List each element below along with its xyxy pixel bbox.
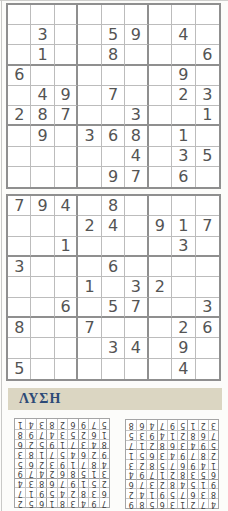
sudoku-cell	[172, 277, 195, 297]
solution-cell: 4	[187, 440, 197, 450]
solution-cell: 2	[167, 469, 177, 479]
sudoku-cell	[8, 5, 31, 25]
sudoku-cell: 3	[172, 147, 195, 167]
sudoku-cell: 6	[8, 66, 31, 86]
solution-cell: 8	[67, 468, 77, 478]
solution-cell: 1	[136, 440, 146, 450]
solution-cell: 4	[36, 468, 46, 478]
solution-cell: 5	[57, 448, 67, 458]
solution-cell: 4	[208, 498, 218, 508]
solution-cell: 7	[177, 488, 187, 498]
solution-grid-left: 7943816526382459172519768343158624794871…	[14, 418, 110, 508]
sudoku-cell: 4	[102, 216, 125, 236]
solution-cell: 3	[99, 468, 109, 478]
solution-cell: 3	[126, 459, 136, 469]
sudoku-cell	[55, 5, 78, 25]
sudoku-cell	[55, 318, 78, 338]
solution-cell: 1	[57, 439, 67, 449]
sudoku-cell	[31, 66, 54, 86]
sudoku-cell	[8, 298, 31, 318]
sudoku-cell	[31, 216, 54, 236]
solution-cell: 1	[36, 448, 46, 458]
sudoku-cell: 7	[55, 106, 78, 126]
sudoku-cell	[31, 167, 54, 187]
sudoku-cell	[149, 106, 172, 126]
solution-cell: 6	[25, 458, 35, 468]
solution-cell: 9	[157, 488, 167, 498]
solution-cell: 8	[25, 448, 35, 458]
sudoku-cell	[125, 5, 148, 25]
sudoku-cell	[78, 167, 101, 187]
solution-cell: 5	[15, 458, 25, 468]
sudoku-cell	[8, 277, 31, 297]
solution-cell: 8	[208, 488, 218, 498]
solution-cell: 9	[187, 459, 197, 469]
solution-cell: 1	[15, 419, 25, 429]
solution-cell: 7	[88, 419, 98, 429]
sudoku-cell: 1	[31, 45, 54, 65]
solution-cell: 8	[46, 419, 56, 429]
sudoku-cell	[78, 106, 101, 126]
solution-banner-label: ΛΥΣΗ	[19, 391, 61, 406]
sudoku-cell	[78, 338, 101, 358]
sudoku-cell: 8	[31, 106, 54, 126]
solution-cell: 6	[46, 478, 56, 488]
sudoku-cell: 3	[125, 277, 148, 297]
sudoku-cell	[149, 257, 172, 277]
sudoku-cell	[102, 106, 125, 126]
sudoku-cell	[196, 126, 219, 146]
sudoku-cell	[196, 359, 219, 379]
sudoku-cell: 8	[8, 318, 31, 338]
solution-cell: 4	[99, 458, 109, 468]
solution-cell: 4	[157, 430, 167, 440]
solution-cell: 7	[36, 429, 46, 439]
sudoku-cell	[55, 66, 78, 86]
solution-cell: 4	[15, 478, 25, 488]
sudoku-cell	[31, 237, 54, 257]
sudoku-cell	[102, 318, 125, 338]
solution-cell: 3	[78, 439, 88, 449]
sudoku-cell	[172, 5, 195, 25]
sudoku-cell	[78, 196, 101, 216]
solution-cell: 1	[167, 430, 177, 440]
sudoku-puzzle-top: 359418669497232873193681435976	[6, 3, 221, 189]
sudoku-cell: 4	[125, 338, 148, 358]
solution-cell: 5	[46, 487, 56, 497]
sudoku-cell: 7	[125, 298, 148, 318]
solution-cell: 2	[198, 420, 208, 430]
sudoku-cell	[125, 86, 148, 106]
solution-cell: 9	[88, 497, 98, 507]
solution-cell: 8	[157, 440, 167, 450]
solution-cell: 8	[126, 420, 136, 430]
sudoku-cell: 6	[196, 318, 219, 338]
sudoku-cell	[149, 237, 172, 257]
sudoku-cell	[78, 25, 101, 45]
solution-cell: 3	[88, 487, 98, 497]
sudoku-cell: 4	[172, 25, 195, 45]
sudoku-puzzle-bottom: 79482491713361326573872634954	[6, 194, 221, 381]
solution-cell: 6	[36, 497, 46, 507]
sudoku-cell	[55, 216, 78, 236]
sudoku-cell	[149, 359, 172, 379]
sudoku-cell	[78, 5, 101, 25]
sudoku-cell: 2	[8, 106, 31, 126]
sudoku-cell: 6	[102, 126, 125, 146]
solution-cell: 6	[78, 448, 88, 458]
sudoku-cell: 5	[102, 298, 125, 318]
sudoku-cell	[31, 359, 54, 379]
sudoku-cell	[196, 257, 219, 277]
sudoku-cell	[8, 338, 31, 358]
sudoku-cell: 7	[102, 86, 125, 106]
solution-cell: 3	[157, 449, 167, 459]
solution-cell: 1	[146, 488, 156, 498]
solution-cell: 6	[136, 420, 146, 430]
solution-cell: 7	[25, 468, 35, 478]
page-top-rule	[0, 0, 228, 1]
sudoku-cell	[55, 167, 78, 187]
solution-cell: 1	[67, 458, 77, 468]
solution-cell: 3	[187, 469, 197, 479]
solution-cell: 2	[126, 488, 136, 498]
solution-cell: 9	[167, 420, 177, 430]
solution-cell: 8	[57, 497, 67, 507]
sudoku-cell: 1	[172, 126, 195, 146]
solution-cell: 2	[57, 419, 67, 429]
solution-cell: 2	[15, 497, 25, 507]
solution-cell: 4	[67, 448, 77, 458]
sudoku-cell	[149, 45, 172, 65]
solution-cell: 8	[15, 429, 25, 439]
solution-cell: 5	[99, 419, 109, 429]
solution-cell: 7	[157, 420, 167, 430]
solution-cell: 5	[157, 459, 167, 469]
solution-cell: 1	[99, 429, 109, 439]
solution-cell: 1	[198, 479, 208, 489]
solution-cell: 8	[167, 479, 177, 489]
sudoku-cell: 9	[102, 167, 125, 187]
solution-cell: 5	[126, 430, 136, 440]
sudoku-cell	[8, 126, 31, 146]
solution-cell: 7	[67, 439, 77, 449]
page-left-rule	[1, 0, 2, 511]
solution-cell: 9	[126, 498, 136, 508]
sudoku-cell	[196, 66, 219, 86]
solution-cell: 2	[99, 478, 109, 488]
solution-cell: 8	[198, 449, 208, 459]
solution-cell: 9	[198, 440, 208, 450]
solution-cell: 5	[136, 449, 146, 459]
sudoku-cell	[125, 318, 148, 338]
solution-cell: 3	[167, 498, 177, 508]
solution-cell: 2	[25, 439, 35, 449]
solution-cell: 3	[46, 458, 56, 468]
solution-cell: 8	[136, 498, 146, 508]
sudoku-cell: 3	[196, 298, 219, 318]
sudoku-cell	[125, 196, 148, 216]
solution-cell: 9	[46, 439, 56, 449]
sudoku-cell: 9	[55, 86, 78, 106]
sudoku-cell: 4	[125, 147, 148, 167]
sudoku-cell	[55, 45, 78, 65]
sudoku-cell	[125, 359, 148, 379]
sudoku-cell: 8	[125, 126, 148, 146]
solution-cell: 9	[99, 448, 109, 458]
solution-cell: 7	[126, 440, 136, 450]
solution-cell: 6	[157, 498, 167, 508]
solution-cell: 2	[78, 429, 88, 439]
sudoku-cell	[196, 237, 219, 257]
solution-cell: 5	[146, 498, 156, 508]
solution-cell: 7	[57, 478, 67, 488]
sudoku-cell: 5	[196, 147, 219, 167]
solution-cell: 4	[198, 459, 208, 469]
solution-cell: 5	[88, 478, 98, 488]
solution-cell: 4	[25, 419, 35, 429]
sudoku-cell: 6	[55, 298, 78, 318]
sudoku-cell	[8, 167, 31, 187]
solution-cell: 9	[57, 458, 67, 468]
sudoku-cell: 3	[125, 106, 148, 126]
sudoku-cell	[78, 45, 101, 65]
sudoku-cell	[31, 147, 54, 167]
sudoku-cell: 1	[172, 216, 195, 236]
solution-cell: 7	[46, 448, 56, 458]
sudoku-cell: 7	[125, 167, 148, 187]
solution-cell: 3	[67, 497, 77, 507]
solution-cell: 6	[57, 468, 67, 478]
solution-cell: 3	[177, 440, 187, 450]
sudoku-cell	[172, 298, 195, 318]
solution-cell: 6	[88, 429, 98, 439]
sudoku-cell	[196, 277, 219, 297]
solution-cell: 1	[78, 478, 88, 488]
solution-cell: 5	[36, 439, 46, 449]
solution-cell: 6	[126, 479, 136, 489]
solution-cell: 4	[126, 469, 136, 479]
solution-cell: 5	[167, 488, 177, 498]
solution-cell: 9	[15, 468, 25, 478]
sudoku-cell	[149, 147, 172, 167]
sudoku-cell	[55, 25, 78, 45]
sudoku-cell	[102, 237, 125, 257]
sudoku-cell: 4	[172, 359, 195, 379]
sudoku-cell: 3	[102, 338, 125, 358]
sudoku-cell: 9	[125, 25, 148, 45]
solution-cell: 6	[187, 488, 197, 498]
sudoku-cell	[8, 147, 31, 167]
sudoku-cell: 2	[172, 318, 195, 338]
solution-cell: 9	[36, 487, 46, 497]
sudoku-cell	[172, 45, 195, 65]
solution-cell: 6	[67, 419, 77, 429]
sudoku-cell	[125, 66, 148, 86]
solution-cell: 9	[25, 429, 35, 439]
sudoku-cell	[196, 196, 219, 216]
sudoku-cell: 6	[172, 167, 195, 187]
sudoku-cell	[172, 196, 195, 216]
sudoku-cell	[196, 167, 219, 187]
sudoku-cell	[149, 167, 172, 187]
solution-cell: 2	[46, 468, 56, 478]
sudoku-cell	[196, 338, 219, 358]
solution-cell: 5	[67, 429, 77, 439]
solution-cell: 7	[15, 487, 25, 497]
solution-cell: 1	[157, 469, 167, 479]
sudoku-cell: 9	[31, 126, 54, 146]
sudoku-cell: 2	[78, 216, 101, 236]
solution-cell: 5	[25, 497, 35, 507]
sudoku-cell	[31, 338, 54, 358]
solution-cell: 7	[208, 430, 218, 440]
sudoku-cell	[196, 5, 219, 25]
sudoku-cell	[149, 5, 172, 25]
solution-cell: 4	[146, 420, 156, 430]
solution-cell: 8	[36, 478, 46, 488]
sudoku-cell: 3	[31, 25, 54, 45]
solution-cell: 6	[177, 459, 187, 469]
sudoku-cell	[8, 86, 31, 106]
solution-cell: 3	[136, 430, 146, 440]
solution-cell: 6	[198, 430, 208, 440]
sudoku-cell: 9	[149, 216, 172, 236]
solution-cell: 2	[146, 440, 156, 450]
sudoku-cell	[125, 257, 148, 277]
sudoku-cell	[78, 257, 101, 277]
sudoku-cell	[102, 359, 125, 379]
solution-cell: 8	[177, 469, 187, 479]
solution-cell: 7	[99, 497, 109, 507]
solution-cell: 2	[157, 479, 167, 489]
solution-cell: 8	[99, 439, 109, 449]
solution-cell: 8	[146, 459, 156, 469]
solution-cell: 7	[136, 479, 146, 489]
sudoku-cell: 2	[172, 86, 195, 106]
solution-cell: 2	[208, 449, 218, 459]
sudoku-cell: 4	[55, 196, 78, 216]
sudoku-cell	[8, 45, 31, 65]
solution-cell: 1	[187, 420, 197, 430]
solution-cell: 5	[78, 468, 88, 478]
sudoku-cell	[149, 126, 172, 146]
solution-cell: 1	[126, 449, 136, 459]
sudoku-cell	[8, 216, 31, 236]
sudoku-cell	[172, 106, 195, 126]
sudoku-cell: 8	[102, 196, 125, 216]
solution-cell: 5	[187, 479, 197, 489]
solution-cell: 8	[78, 487, 88, 497]
sudoku-cell: 5	[102, 25, 125, 45]
solution-cell: 4	[46, 429, 56, 439]
sudoku-cell	[149, 338, 172, 358]
sudoku-cell	[149, 25, 172, 45]
sudoku-cell: 8	[102, 45, 125, 65]
sudoku-cell: 2	[149, 277, 172, 297]
sudoku-cell	[31, 298, 54, 318]
sudoku-cell: 7	[196, 216, 219, 236]
sudoku-cell: 7	[78, 318, 101, 338]
solution-cell: 1	[25, 487, 35, 497]
sudoku-cell	[102, 277, 125, 297]
sudoku-cell: 9	[172, 66, 195, 86]
sudoku-cell	[31, 5, 54, 25]
sudoku-cell	[31, 318, 54, 338]
solution-cell: 8	[88, 458, 98, 468]
solution-cell: 4	[167, 449, 177, 459]
sudoku-cell	[149, 298, 172, 318]
solution-cell: 7	[187, 449, 197, 459]
solution-cell: 3	[198, 488, 208, 498]
sudoku-cell	[55, 257, 78, 277]
sudoku-cell: 3	[8, 257, 31, 277]
sudoku-cell: 3	[78, 126, 101, 146]
sudoku-cell: 1	[196, 106, 219, 126]
solution-cell: 9	[208, 479, 218, 489]
solution-cell: 2	[36, 458, 46, 468]
solution-cell: 5	[177, 420, 187, 430]
solution-cell: 3	[36, 419, 46, 429]
solution-cell: 9	[78, 419, 88, 429]
page: 359418669497232873193681435976 794824917…	[0, 0, 228, 511]
sudoku-cell	[8, 237, 31, 257]
solution-cell: 1	[46, 497, 56, 507]
sudoku-cell	[149, 66, 172, 86]
sudoku-cell	[78, 86, 101, 106]
sudoku-cell: 6	[102, 257, 125, 277]
sudoku-cell	[55, 277, 78, 297]
solution-cell: 1	[177, 498, 187, 508]
solution-cell: 6	[208, 469, 218, 479]
solution-cell: 2	[136, 459, 146, 469]
solution-cell: 7	[78, 458, 88, 468]
solution-cell: 9	[146, 430, 156, 440]
solution-cell: 3	[57, 429, 67, 439]
solution-cell: 3	[25, 478, 35, 488]
solution-cell: 4	[78, 497, 88, 507]
sudoku-cell	[55, 126, 78, 146]
sudoku-cell	[149, 196, 172, 216]
solution-cell: 9	[177, 449, 187, 459]
solution-cell: 7	[146, 469, 156, 479]
sudoku-cell	[125, 216, 148, 236]
sudoku-cell	[78, 298, 101, 318]
sudoku-cell	[78, 147, 101, 167]
solution-cell: 3	[146, 479, 156, 489]
sudoku-cell: 3	[172, 237, 195, 257]
solution-cell: 6	[15, 439, 25, 449]
sudoku-cell	[31, 277, 54, 297]
sudoku-cell	[102, 5, 125, 25]
solution-cell: 1	[208, 459, 218, 469]
solution-banner: ΛΥΣΗ	[8, 388, 222, 410]
solution-cell: 4	[136, 488, 146, 498]
sudoku-cell	[172, 257, 195, 277]
sudoku-cell: 6	[196, 45, 219, 65]
sudoku-cell	[196, 25, 219, 45]
solution-cell: 4	[88, 439, 98, 449]
sudoku-cell	[149, 86, 172, 106]
sudoku-cell	[8, 25, 31, 45]
solution-cell: 6	[99, 487, 109, 497]
solution-cell: 9	[136, 469, 146, 479]
solution-cell: 3	[15, 448, 25, 458]
solution-cell: 6	[146, 449, 156, 459]
solution-cell: 5	[198, 469, 208, 479]
sudoku-cell	[102, 66, 125, 86]
solution-cell: 2	[88, 448, 98, 458]
